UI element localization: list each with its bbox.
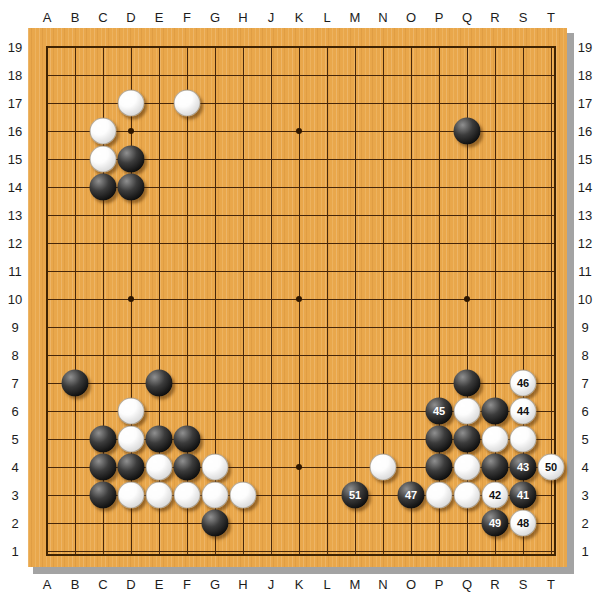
col-label-bottom-B: B — [71, 577, 80, 592]
white-stone-S7[interactable]: 46 — [510, 370, 537, 397]
col-label-top-S: S — [519, 10, 528, 25]
row-label-left-1: 1 — [11, 544, 18, 559]
move-number-47: 47 — [405, 490, 417, 501]
col-label-top-J: J — [268, 10, 275, 25]
star-point-K16 — [296, 128, 302, 134]
col-label-bottom-R: R — [490, 577, 499, 592]
black-stone-F5[interactable] — [174, 426, 201, 453]
move-number-45: 45 — [433, 406, 445, 417]
star-point-D10 — [128, 296, 134, 302]
row-label-right-3: 3 — [581, 488, 588, 503]
white-stone-R5[interactable] — [482, 426, 509, 453]
row-label-right-8: 8 — [581, 348, 588, 363]
white-stone-P3[interactable] — [426, 482, 453, 509]
go-diagram: 4645444350514742414948 AABBCCDDEEFFGGHHJ… — [0, 0, 600, 600]
col-label-top-C: C — [98, 10, 107, 25]
black-stone-R6[interactable] — [482, 398, 509, 425]
move-number-48: 48 — [517, 518, 529, 529]
row-label-right-1: 1 — [581, 544, 588, 559]
black-stone-R4[interactable] — [482, 454, 509, 481]
row-label-right-5: 5 — [581, 432, 588, 447]
row-label-left-9: 9 — [11, 320, 18, 335]
white-stone-F3[interactable] — [174, 482, 201, 509]
col-label-bottom-L: L — [323, 577, 330, 592]
row-label-left-12: 12 — [8, 236, 22, 251]
col-label-bottom-M: M — [350, 577, 361, 592]
row-label-left-10: 10 — [8, 292, 22, 307]
white-stone-Q4[interactable] — [454, 454, 481, 481]
black-stone-B7[interactable] — [62, 370, 89, 397]
star-point-D16 — [128, 128, 134, 134]
col-label-top-K: K — [295, 10, 304, 25]
move-number-44: 44 — [517, 406, 529, 417]
row-label-left-13: 13 — [8, 208, 22, 223]
row-label-left-2: 2 — [11, 516, 18, 531]
col-label-bottom-N: N — [378, 577, 387, 592]
white-stone-S6[interactable]: 44 — [510, 398, 537, 425]
col-label-bottom-A: A — [43, 577, 52, 592]
col-label-top-F: F — [183, 10, 191, 25]
white-stone-T4[interactable]: 50 — [538, 454, 565, 481]
row-label-left-3: 3 — [11, 488, 18, 503]
row-label-right-19: 19 — [578, 40, 592, 55]
white-stone-G3[interactable] — [202, 482, 229, 509]
black-stone-D14[interactable] — [118, 174, 145, 201]
move-number-41: 41 — [517, 490, 529, 501]
white-stone-S2[interactable]: 48 — [510, 510, 537, 537]
black-stone-Q7[interactable] — [454, 370, 481, 397]
move-number-46: 46 — [517, 378, 529, 389]
row-label-right-17: 17 — [578, 96, 592, 111]
row-label-left-5: 5 — [11, 432, 18, 447]
white-stone-H3[interactable] — [230, 482, 257, 509]
col-label-bottom-G: G — [210, 577, 220, 592]
col-label-top-R: R — [490, 10, 499, 25]
black-stone-F4[interactable] — [174, 454, 201, 481]
white-stone-C15[interactable] — [90, 146, 117, 173]
row-label-right-15: 15 — [578, 152, 592, 167]
col-label-bottom-H: H — [238, 577, 247, 592]
row-label-left-11: 11 — [8, 264, 22, 279]
star-point-K4 — [296, 464, 302, 470]
white-stone-D5[interactable] — [118, 426, 145, 453]
row-label-right-13: 13 — [578, 208, 592, 223]
white-stone-Q3[interactable] — [454, 482, 481, 509]
white-stone-S5[interactable] — [510, 426, 537, 453]
black-stone-C3[interactable] — [90, 482, 117, 509]
row-label-right-4: 4 — [581, 460, 588, 475]
col-label-bottom-E: E — [155, 577, 164, 592]
black-stone-O3[interactable]: 47 — [398, 482, 425, 509]
row-label-right-16: 16 — [578, 124, 592, 139]
row-label-right-2: 2 — [581, 516, 588, 531]
black-stone-G2[interactable] — [202, 510, 229, 537]
col-label-top-G: G — [210, 10, 220, 25]
move-number-43: 43 — [517, 462, 529, 473]
black-stone-Q16[interactable] — [454, 118, 481, 145]
black-stone-M3[interactable]: 51 — [342, 482, 369, 509]
col-label-top-Q: Q — [462, 10, 472, 25]
col-label-bottom-S: S — [519, 577, 528, 592]
white-stone-D17[interactable] — [118, 90, 145, 117]
col-label-top-E: E — [155, 10, 164, 25]
row-label-right-18: 18 — [578, 68, 592, 83]
col-label-bottom-J: J — [268, 577, 275, 592]
row-label-left-7: 7 — [11, 376, 18, 391]
white-stone-N4[interactable] — [370, 454, 397, 481]
row-label-left-14: 14 — [8, 180, 22, 195]
col-label-top-B: B — [71, 10, 80, 25]
white-stone-F17[interactable] — [174, 90, 201, 117]
white-stone-R3[interactable]: 42 — [482, 482, 509, 509]
row-label-left-18: 18 — [8, 68, 22, 83]
col-label-top-A: A — [43, 10, 52, 25]
black-stone-R2[interactable]: 49 — [482, 510, 509, 537]
black-stone-C5[interactable] — [90, 426, 117, 453]
star-point-K10 — [296, 296, 302, 302]
row-label-right-11: 11 — [578, 264, 592, 279]
col-label-bottom-Q: Q — [462, 577, 472, 592]
black-stone-Q5[interactable] — [454, 426, 481, 453]
white-stone-G4[interactable] — [202, 454, 229, 481]
white-stone-E3[interactable] — [146, 482, 173, 509]
white-stone-C16[interactable] — [90, 118, 117, 145]
col-label-top-M: M — [350, 10, 361, 25]
row-label-left-4: 4 — [11, 460, 18, 475]
white-stone-Q6[interactable] — [454, 398, 481, 425]
black-stone-C4[interactable] — [90, 454, 117, 481]
move-number-49: 49 — [489, 518, 501, 529]
star-point-Q10 — [464, 296, 470, 302]
black-stone-P4[interactable] — [426, 454, 453, 481]
col-label-top-N: N — [378, 10, 387, 25]
row-label-right-10: 10 — [578, 292, 592, 307]
row-label-right-6: 6 — [581, 404, 588, 419]
col-label-bottom-C: C — [98, 577, 107, 592]
row-label-left-19: 19 — [8, 40, 22, 55]
white-stone-E4[interactable] — [146, 454, 173, 481]
black-stone-D4[interactable] — [118, 454, 145, 481]
row-label-right-12: 12 — [578, 236, 592, 251]
row-label-left-16: 16 — [8, 124, 22, 139]
col-label-top-L: L — [323, 10, 330, 25]
black-stone-P5[interactable] — [426, 426, 453, 453]
col-label-bottom-F: F — [183, 577, 191, 592]
col-label-top-T: T — [547, 10, 555, 25]
row-label-right-14: 14 — [578, 180, 592, 195]
black-stone-C14[interactable] — [90, 174, 117, 201]
black-stone-S3[interactable]: 41 — [510, 482, 537, 509]
white-stone-D6[interactable] — [118, 398, 145, 425]
row-label-left-15: 15 — [8, 152, 22, 167]
col-label-bottom-D: D — [126, 577, 135, 592]
black-stone-P6[interactable]: 45 — [426, 398, 453, 425]
black-stone-S4[interactable]: 43 — [510, 454, 537, 481]
row-label-right-7: 7 — [581, 376, 588, 391]
black-stone-E5[interactable] — [146, 426, 173, 453]
col-label-top-D: D — [126, 10, 135, 25]
black-stone-E7[interactable] — [146, 370, 173, 397]
col-label-bottom-K: K — [295, 577, 304, 592]
col-label-bottom-P: P — [435, 577, 444, 592]
row-label-left-17: 17 — [8, 96, 22, 111]
black-stone-D15[interactable] — [118, 146, 145, 173]
row-label-right-9: 9 — [581, 320, 588, 335]
move-number-50: 50 — [545, 462, 557, 473]
col-label-bottom-O: O — [406, 577, 416, 592]
col-label-top-H: H — [238, 10, 247, 25]
col-label-top-O: O — [406, 10, 416, 25]
move-number-42: 42 — [489, 490, 501, 501]
white-stone-D3[interactable] — [118, 482, 145, 509]
row-label-left-8: 8 — [11, 348, 18, 363]
go-board[interactable]: 4645444350514742414948 — [28, 28, 567, 567]
col-label-bottom-T: T — [547, 577, 555, 592]
row-label-left-6: 6 — [11, 404, 18, 419]
move-number-51: 51 — [349, 490, 361, 501]
col-label-top-P: P — [435, 10, 444, 25]
